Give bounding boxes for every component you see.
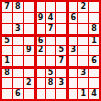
cell-r9c1[interactable] [2,89,12,99]
cell-r9c3[interactable] [24,89,34,99]
cell-r5c4[interactable]: 2 [35,46,45,56]
cell-r4c9[interactable]: 1 [89,35,99,45]
cell-r8c3[interactable]: 2 [24,78,34,88]
cell-r3c5[interactable]: 7 [46,24,56,34]
cell-r7c3[interactable] [24,67,34,77]
cell-r1c5[interactable] [46,2,56,12]
cell-r3c3[interactable] [24,24,34,34]
cell-r2c2[interactable] [13,13,23,23]
cell-r2c4[interactable]: 9 [35,13,45,23]
cell-r8c8[interactable] [78,78,88,88]
cell-r3c7[interactable] [67,24,77,34]
cell-r2c6[interactable] [56,13,66,23]
cell-r4c5[interactable] [46,35,56,45]
cell-r7c4[interactable] [35,67,45,77]
cell-r6c8[interactable] [78,56,88,66]
cell-r8c2[interactable] [13,78,23,88]
cell-r2c7[interactable]: 6 [67,13,77,23]
cell-r6c9[interactable]: 6 [89,56,99,66]
cell-r3c1[interactable] [2,24,12,34]
cell-r4c7[interactable] [67,35,77,45]
cell-r9c4[interactable] [35,89,45,99]
cell-r3c9[interactable]: 8 [89,24,99,34]
cell-r6c7[interactable] [67,56,77,66]
cell-r7c1[interactable]: 8 [2,67,12,77]
cell-r8c5[interactable]: 8 [46,78,56,88]
cell-r5c2[interactable] [13,46,23,56]
cell-r4c1[interactable]: 5 [2,35,12,45]
cell-r8c6[interactable]: 3 [56,78,66,88]
cell-r3c2[interactable]: 3 [13,24,23,34]
cell-r2c3[interactable] [24,13,34,23]
cell-r1c8[interactable]: 2 [78,2,88,12]
cell-r5c7[interactable]: 3 [67,46,77,56]
cell-r1c6[interactable] [56,2,66,12]
cell-r9c5[interactable] [46,89,56,99]
cell-r4c4[interactable]: 6 [35,35,45,45]
cell-r5c6[interactable]: 5 [56,46,66,56]
cell-r7c9[interactable] [89,67,99,77]
cell-r2c9[interactable] [89,13,99,23]
cell-r2c1[interactable] [2,13,12,23]
cell-r9c8[interactable]: 1 [78,89,88,99]
cell-r1c3[interactable] [24,2,34,12]
cell-r5c9[interactable] [89,46,99,56]
cell-r4c2[interactable] [13,35,23,45]
cell-r6c2[interactable] [13,56,23,66]
cell-r1c2[interactable]: 8 [13,2,23,12]
cell-r3c8[interactable] [78,24,88,34]
cell-r6c5[interactable] [46,56,56,66]
cell-r8c9[interactable] [89,78,99,88]
cell-r2c5[interactable]: 4 [46,13,56,23]
cell-r1c7[interactable] [67,2,77,12]
cell-r7c5[interactable]: 5 [46,67,56,77]
cell-r6c3[interactable] [24,56,34,66]
cell-r7c6[interactable] [56,67,66,77]
cell-r8c1[interactable] [2,78,12,88]
cell-r1c9[interactable] [89,2,99,12]
sudoku-board: 7829463785619253176853283614 [0,0,101,101]
cell-r7c2[interactable] [13,67,23,77]
cell-r5c8[interactable] [78,46,88,56]
cell-r3c6[interactable] [56,24,66,34]
cell-r9c7[interactable] [67,89,77,99]
cell-r4c8[interactable] [78,35,88,45]
cell-r8c4[interactable] [35,78,45,88]
cell-r6c6[interactable]: 7 [56,56,66,66]
cell-r5c1[interactable] [2,46,12,56]
cell-r5c3[interactable]: 9 [24,46,34,56]
cell-r4c3[interactable] [24,35,34,45]
cell-r7c7[interactable] [67,67,77,77]
cell-r9c2[interactable]: 6 [13,89,23,99]
cell-r1c1[interactable]: 7 [2,2,12,12]
cell-r8c7[interactable] [67,78,77,88]
cell-r4c6[interactable] [56,35,66,45]
cell-r3c4[interactable] [35,24,45,34]
cell-r1c4[interactable] [35,2,45,12]
cell-r2c8[interactable] [78,13,88,23]
cell-r9c6[interactable] [56,89,66,99]
cell-r7c8[interactable]: 3 [78,67,88,77]
cell-r5c5[interactable] [46,46,56,56]
cell-r9c9[interactable]: 4 [89,89,99,99]
cell-r6c1[interactable]: 1 [2,56,12,66]
cell-r6c4[interactable] [35,56,45,66]
